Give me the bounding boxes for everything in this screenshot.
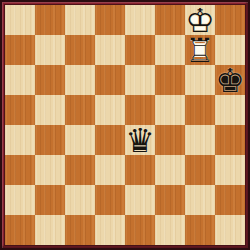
square-h5[interactable] [215,95,245,125]
square-d3[interactable] [95,155,125,185]
square-a8[interactable] [5,5,35,35]
square-d8[interactable] [95,5,125,35]
square-d4[interactable] [95,125,125,155]
square-b8[interactable] [35,5,65,35]
square-g5[interactable] [185,95,215,125]
square-d1[interactable] [95,215,125,245]
square-b3[interactable] [35,155,65,185]
square-d5[interactable] [95,95,125,125]
square-g1[interactable] [185,215,215,245]
square-d7[interactable] [95,35,125,65]
piece-fill-layer: ♛ [125,125,155,155]
square-h1[interactable] [215,215,245,245]
piece-outline-layer: ♖ [185,35,215,65]
square-d2[interactable] [95,185,125,215]
square-f2[interactable] [155,185,185,215]
square-c3[interactable] [65,155,95,185]
square-c5[interactable] [65,95,95,125]
square-f3[interactable] [155,155,185,185]
square-f6[interactable] [155,65,185,95]
square-b5[interactable] [35,95,65,125]
square-g6[interactable] [185,65,215,95]
chess-board-frame: ♚♔♜♖♚♛ [0,0,250,250]
square-e4[interactable]: ♛ [125,125,155,155]
square-f8[interactable] [155,5,185,35]
square-e2[interactable] [125,185,155,215]
square-h6[interactable]: ♚ [215,65,245,95]
square-f5[interactable] [155,95,185,125]
square-b4[interactable] [35,125,65,155]
square-h8[interactable] [215,5,245,35]
square-a7[interactable] [5,35,35,65]
square-e8[interactable] [125,5,155,35]
square-a1[interactable] [5,215,35,245]
square-h4[interactable] [215,125,245,155]
square-a6[interactable] [5,65,35,95]
square-a3[interactable] [5,155,35,185]
square-g7[interactable]: ♜♖ [185,35,215,65]
square-h3[interactable] [215,155,245,185]
square-f1[interactable] [155,215,185,245]
square-a2[interactable] [5,185,35,215]
square-f7[interactable] [155,35,185,65]
square-c6[interactable] [65,65,95,95]
square-g4[interactable] [185,125,215,155]
square-b1[interactable] [35,215,65,245]
square-e7[interactable] [125,35,155,65]
square-b2[interactable] [35,185,65,215]
square-h2[interactable] [215,185,245,215]
square-d6[interactable] [95,65,125,95]
square-e1[interactable] [125,215,155,245]
square-g3[interactable] [185,155,215,185]
black-queen[interactable]: ♛ [125,125,155,155]
square-b6[interactable] [35,65,65,95]
square-e6[interactable] [125,65,155,95]
black-king[interactable]: ♚ [215,65,245,95]
square-e3[interactable] [125,155,155,185]
square-c1[interactable] [65,215,95,245]
square-c4[interactable] [65,125,95,155]
square-c7[interactable] [65,35,95,65]
chess-board: ♚♔♜♖♚♛ [5,5,245,245]
square-c8[interactable] [65,5,95,35]
white-rook[interactable]: ♜♖ [185,35,215,65]
square-f4[interactable] [155,125,185,155]
square-a4[interactable] [5,125,35,155]
square-a5[interactable] [5,95,35,125]
square-c2[interactable] [65,185,95,215]
square-g2[interactable] [185,185,215,215]
piece-fill-layer: ♚ [215,65,245,95]
square-b7[interactable] [35,35,65,65]
